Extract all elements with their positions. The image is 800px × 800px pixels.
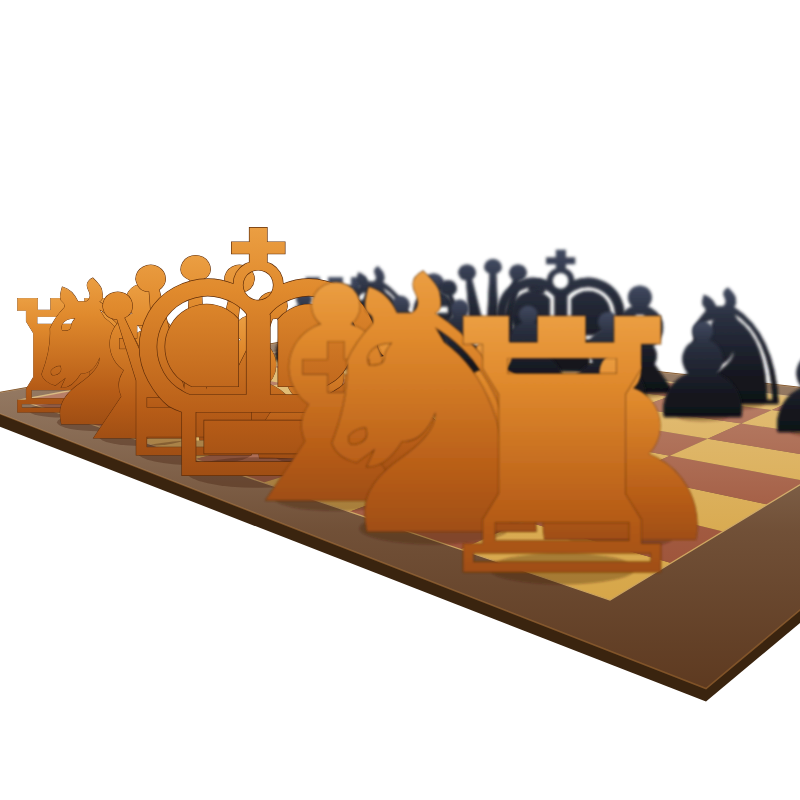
chess-pieces: ♜♞♟♝♟♛♟♚♟♝♟♟♟♞♜♟♟♜♞♟♟♝♟♛♟♚♟♝♟♞♟♜ bbox=[0, 160, 800, 654]
chess-set-product-photo: ♜♞♟♝♟♛♟♚♟♝♟♟♟♞♜♟♟♜♞♟♟♝♟♛♟♚♟♝♟♞♟♜ bbox=[0, 0, 800, 800]
piece-black-pawn-h7: ♟ bbox=[757, 309, 800, 463]
black-pawn-glyph: ♟ bbox=[757, 309, 800, 463]
piece-white-rook-h1: ♜ bbox=[405, 247, 719, 655]
chessboard-scene: ♜♞♟♝♟♛♟♚♟♝♟♟♟♞♜♟♟♜♞♟♟♝♟♛♟♚♟♝♟♞♟♜ bbox=[0, 0, 800, 800]
white-rook-glyph: ♜ bbox=[405, 247, 719, 655]
